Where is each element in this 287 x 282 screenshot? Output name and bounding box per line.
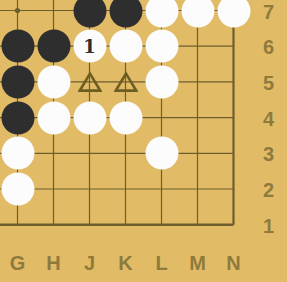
- go-board-diagram: 1 GHJKLMN7654321: [0, 0, 287, 282]
- black-stone-G6: [1, 30, 34, 63]
- coord-row-2: 2: [263, 179, 274, 202]
- white-stone-L5: [145, 65, 178, 98]
- coord-row-4: 4: [263, 107, 274, 130]
- white-stone-L6: [145, 30, 178, 63]
- white-stone-K6: [109, 30, 142, 63]
- black-stone-H6: [37, 30, 70, 63]
- coord-row-7: 7: [263, 0, 274, 23]
- white-stone-K4: [109, 101, 142, 134]
- coord-row-3: 3: [263, 143, 274, 166]
- move-number-label: 1: [83, 37, 96, 55]
- coord-column-K: K: [118, 252, 132, 275]
- coord-column-G: G: [10, 252, 26, 275]
- white-stone-J6: 1: [73, 30, 106, 63]
- triangle-marker-K5: [114, 71, 138, 93]
- white-stone-H5: [37, 65, 70, 98]
- white-stone-G2: [1, 173, 34, 206]
- white-stone-L3: [145, 137, 178, 170]
- triangle-marker-J5: [78, 71, 102, 93]
- black-stone-G5: [1, 65, 34, 98]
- star-point-G7: [15, 8, 20, 13]
- black-stone-G4: [1, 101, 34, 134]
- coord-column-L: L: [155, 252, 167, 275]
- coord-column-H: H: [46, 252, 60, 275]
- coord-row-6: 6: [263, 36, 274, 59]
- coord-column-M: M: [189, 252, 206, 275]
- coord-row-1: 1: [263, 214, 274, 237]
- white-stone-J4: [73, 101, 106, 134]
- white-stone-H4: [37, 101, 70, 134]
- white-stone-G3: [1, 137, 34, 170]
- coord-column-J: J: [84, 252, 95, 275]
- coord-row-5: 5: [263, 71, 274, 94]
- coord-column-N: N: [226, 252, 240, 275]
